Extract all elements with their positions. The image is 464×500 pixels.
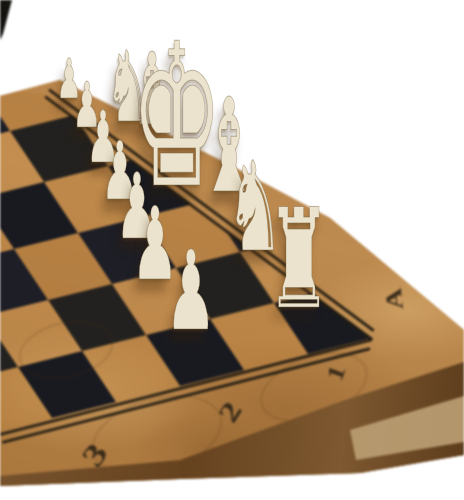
white-pawn-a2: ♟ bbox=[165, 242, 216, 341]
chess-set-product-photo: A123 ♜♞♝♚♝♞♟♟♟♟♟♟♟ bbox=[0, 0, 464, 500]
pieces-layer: ♜♞♝♚♝♞♟♟♟♟♟♟♟ bbox=[0, 0, 464, 500]
white-rook-a1: ♜ bbox=[267, 198, 331, 322]
